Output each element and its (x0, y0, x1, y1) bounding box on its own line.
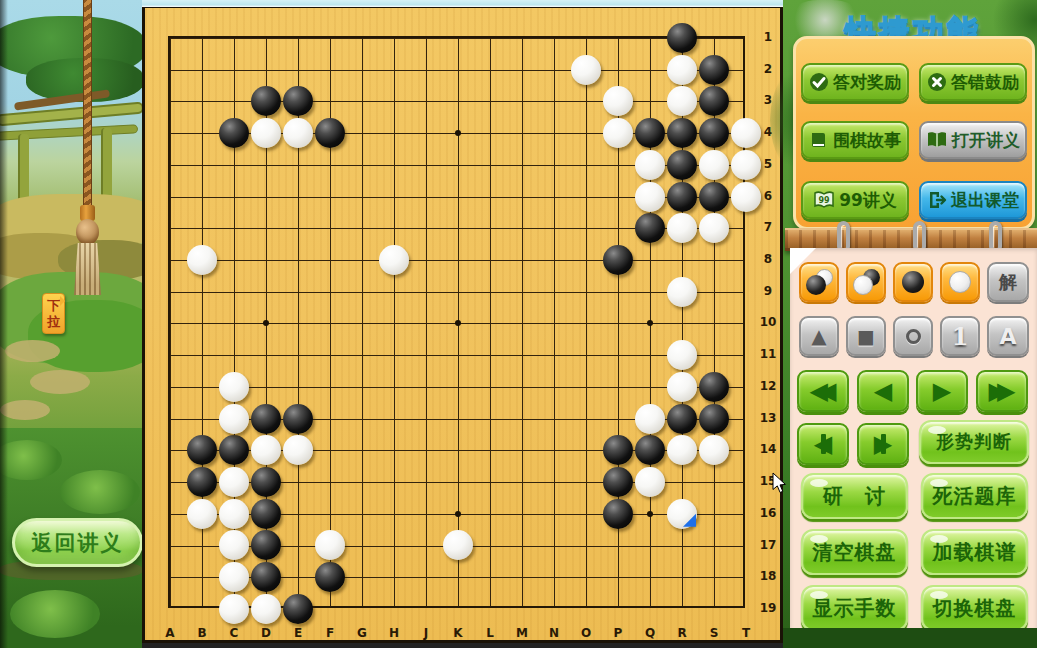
column-label-K: K (449, 626, 467, 640)
stone-white-S5[interactable] (699, 150, 729, 180)
column-label-O: O (577, 626, 595, 640)
stone-black-B14[interactable] (187, 435, 217, 465)
stone-white-C16[interactable] (219, 499, 249, 529)
triangle-marker-icon: ▲ (811, 324, 826, 348)
stone-white-C12[interactable] (219, 372, 249, 402)
stone-black-P16[interactable] (603, 499, 633, 529)
stone-black-E19[interactable] (283, 594, 313, 624)
row-label-11: 11 (756, 347, 780, 361)
button-label: 退出课堂 (951, 189, 1019, 212)
life-death-library-button[interactable]: 死活题库 (921, 473, 1028, 519)
stone-black-Q14[interactable] (635, 435, 665, 465)
star-point (455, 320, 461, 326)
svg-text:99: 99 (819, 196, 831, 205)
row-label-16: 16 (756, 506, 780, 520)
column-label-H: H (385, 626, 403, 640)
stone-white-R12[interactable] (667, 372, 697, 402)
stone-white-P3[interactable] (603, 86, 633, 116)
button-label: 研 讨 (823, 483, 886, 510)
app-window: 下拉 返回讲义 ABCDEFGHJKLMNOPQRST 123456789101… (0, 0, 1037, 648)
stone-white-D14[interactable] (251, 435, 281, 465)
column-label-M: M (513, 626, 531, 640)
switch-board-button[interactable]: 切换棋盘 (921, 585, 1028, 631)
button-label: 清空棋盘 (813, 539, 897, 566)
stone-white-B8[interactable] (187, 245, 217, 275)
stone-black-D3[interactable] (251, 86, 281, 116)
stone-black-D18[interactable] (251, 562, 281, 592)
stone-white-Q6[interactable] (635, 182, 665, 212)
row-label-14: 14 (756, 442, 780, 456)
stone-white-C17[interactable] (219, 530, 249, 560)
stone-white-D19[interactable] (251, 594, 281, 624)
row-label-19: 19 (756, 601, 780, 615)
exit-icon (927, 190, 947, 210)
square-marker-button[interactable]: ■ (846, 316, 886, 356)
column-label-D: D (257, 626, 275, 640)
black-stone-icon (902, 271, 924, 293)
stone-black-S4[interactable] (699, 118, 729, 148)
stone-black-R1[interactable] (667, 23, 697, 53)
button-label: 形势判断 (936, 430, 1012, 454)
stone-white-O2[interactable] (571, 55, 601, 85)
row-label-10: 10 (756, 315, 780, 329)
star-point (647, 511, 653, 517)
grass-tuft (60, 470, 140, 514)
row-label-7: 7 (756, 220, 780, 234)
stone-black-Q4[interactable] (635, 118, 665, 148)
row-label-5: 5 (756, 157, 780, 171)
stone-black-D15[interactable] (251, 467, 281, 497)
black-stone-button[interactable] (893, 262, 933, 302)
hanging-rope (83, 0, 92, 208)
number-marker-icon: 1 (952, 322, 969, 351)
stone-white-C13[interactable] (219, 404, 249, 434)
open-book-icon (926, 130, 948, 150)
stone-black-D16[interactable] (251, 499, 281, 529)
path-stone (30, 370, 90, 394)
button-label: 加载棋谱 (933, 539, 1017, 566)
stone-black-S3[interactable] (699, 86, 729, 116)
star-point (455, 130, 461, 136)
solve-label: 解 (999, 270, 1017, 294)
tassel-icon (74, 243, 101, 295)
book-icon (809, 130, 829, 150)
rewind-icon: ◀◀ (810, 379, 827, 403)
stone-white-P4[interactable] (603, 118, 633, 148)
stone-white-Q13[interactable] (635, 404, 665, 434)
button-label: 显示手数 (813, 595, 897, 622)
button-label: 打开讲义 (952, 129, 1020, 152)
solve-button[interactable]: 解 (987, 262, 1029, 302)
column-label-L: L (481, 626, 499, 640)
stone-white-S7[interactable] (699, 213, 729, 243)
stone-white-R14[interactable] (667, 435, 697, 465)
stone-white-E14[interactable] (283, 435, 313, 465)
column-label-T: T (737, 626, 755, 640)
stone-white-C15[interactable] (219, 467, 249, 497)
row-label-2: 2 (756, 62, 780, 76)
letter-marker-button[interactable]: A (987, 316, 1029, 356)
to-end-button[interactable]: ▶ (857, 423, 909, 465)
stone-black-S2[interactable] (699, 55, 729, 85)
screen-edge-shadow (0, 0, 8, 648)
stone-black-Q7[interactable] (635, 213, 665, 243)
stone-white-K17[interactable] (443, 530, 473, 560)
end-bar-icon (881, 434, 886, 454)
stone-white-R2[interactable] (667, 55, 697, 85)
stone-white-C18[interactable] (219, 562, 249, 592)
row-label-18: 18 (756, 569, 780, 583)
show-move-numbers-button[interactable]: 显示手数 (801, 585, 908, 631)
stone-white-B16[interactable] (187, 499, 217, 529)
grass-tuft (10, 590, 100, 638)
white-stone-button[interactable] (940, 262, 980, 302)
stone-black-S13[interactable] (699, 404, 729, 434)
stone-black-S12[interactable] (699, 372, 729, 402)
row-label-13: 13 (756, 411, 780, 425)
stone-black-B15[interactable] (187, 467, 217, 497)
column-label-A: A (161, 626, 179, 640)
wrong-encourage-button[interactable]: 答错鼓励 (919, 63, 1027, 101)
stone-black-P8[interactable] (603, 245, 633, 275)
button-label: 围棋故事 (833, 129, 901, 152)
column-label-E: E (289, 626, 307, 640)
step-back-icon: ◀ (874, 379, 892, 403)
open-lecture-button[interactable]: 打开讲义 (919, 121, 1027, 159)
black-white-pair-button[interactable] (799, 262, 839, 302)
white-black-pair-button[interactable] (846, 262, 886, 302)
pull-down-label: 下拉 (47, 298, 60, 329)
fast-forward-button[interactable]: ▶▶ (976, 370, 1028, 412)
column-label-J: J (417, 626, 435, 640)
board-top-edge (142, 0, 783, 8)
stone-white-C19[interactable] (219, 594, 249, 624)
last-move-marker-icon (683, 514, 696, 527)
stone-black-P15[interactable] (603, 467, 633, 497)
back-to-lecture-label: 返回讲义 (32, 529, 124, 557)
row-label-8: 8 (756, 252, 780, 266)
check-circle-icon (809, 72, 829, 92)
tassel-icon (76, 219, 99, 245)
star-point (647, 320, 653, 326)
circle-marker-icon (906, 329, 921, 344)
letter-marker-icon: A (999, 324, 1016, 349)
button-label: 答对奖励 (833, 71, 901, 94)
column-label-Q: Q (641, 626, 659, 640)
button-label: 99讲义 (839, 189, 897, 212)
stone-white-R7[interactable] (667, 213, 697, 243)
step-forward-button[interactable]: ▶ (916, 370, 968, 412)
left-scenery: 下拉 返回讲义 (0, 0, 142, 648)
path-stone (5, 340, 60, 362)
stone-white-Q5[interactable] (635, 150, 665, 180)
stone-black-F4[interactable] (315, 118, 345, 148)
triangle-marker-button[interactable]: ▲ (799, 316, 839, 356)
stone-black-C4[interactable] (219, 118, 249, 148)
stone-black-D17[interactable] (251, 530, 281, 560)
stone-black-E13[interactable] (283, 404, 313, 434)
exit-class-button[interactable]: 退出课堂 (919, 181, 1027, 219)
position-judge-button[interactable]: 形势判断 (919, 420, 1029, 464)
grass-strip (783, 628, 1037, 648)
stone-black-S6[interactable] (699, 182, 729, 212)
column-label-C: C (225, 626, 243, 640)
load-record-button[interactable]: 加载棋谱 (921, 529, 1028, 575)
stone-white-R3[interactable] (667, 86, 697, 116)
row-label-17: 17 (756, 538, 780, 552)
stone-white-H8[interactable] (379, 245, 409, 275)
white-stone-icon (949, 271, 971, 293)
stone-black-F18[interactable] (315, 562, 345, 592)
stone-black-R6[interactable] (667, 182, 697, 212)
stone-white-D4[interactable] (251, 118, 281, 148)
lecture-book-icon: 99 (813, 190, 835, 210)
fast-forward-icon: ▶▶ (989, 379, 1006, 403)
stone-black-D13[interactable] (251, 404, 281, 434)
column-label-P: P (609, 626, 627, 640)
stone-white-R11[interactable] (667, 340, 697, 370)
to-start-icon: ◀ (814, 432, 832, 456)
row-label-6: 6 (756, 189, 780, 203)
rewind-button[interactable]: ◀◀ (797, 370, 849, 412)
to-start-button[interactable]: ◀ (797, 423, 849, 465)
board-intersections[interactable] (154, 22, 762, 625)
stone-white-R9[interactable] (667, 277, 697, 307)
row-label-12: 12 (756, 379, 780, 393)
black-stone-icon (806, 275, 826, 295)
white-stone-icon (853, 275, 873, 295)
discuss-button[interactable]: 研 讨 (801, 473, 908, 519)
column-label-B: B (193, 626, 211, 640)
button-label: 死活题库 (933, 483, 1017, 510)
stone-black-R13[interactable] (667, 404, 697, 434)
square-marker-icon: ■ (857, 325, 875, 347)
button-label: 切换棋盘 (933, 595, 1017, 622)
stone-black-C14[interactable] (219, 435, 249, 465)
stone-black-R4[interactable] (667, 118, 697, 148)
step-back-button[interactable]: ◀ (857, 370, 909, 412)
circle-marker-button[interactable] (893, 316, 933, 356)
column-label-R: R (673, 626, 691, 640)
row-label-15: 15 (756, 474, 780, 488)
clear-board-button[interactable]: 清空棋盘 (801, 529, 908, 575)
lecture-99-button[interactable]: 99 99讲义 (801, 181, 909, 219)
go-story-button[interactable]: 围棋故事 (801, 121, 909, 159)
stone-white-S14[interactable] (699, 435, 729, 465)
stone-white-F17[interactable] (315, 530, 345, 560)
x-circle-icon (927, 72, 947, 92)
stone-black-R5[interactable] (667, 150, 697, 180)
row-label-9: 9 (756, 284, 780, 298)
stone-black-E3[interactable] (283, 86, 313, 116)
button-label: 答错鼓励 (951, 71, 1019, 94)
correct-reward-button[interactable]: 答对奖励 (801, 63, 909, 101)
back-to-lecture-button[interactable]: 返回讲义 (12, 518, 142, 567)
column-label-G: G (353, 626, 371, 640)
column-label-F: F (321, 626, 339, 640)
number-marker-button[interactable]: 1 (940, 316, 980, 356)
pull-down-tag[interactable]: 下拉 (42, 293, 65, 334)
column-label-S: S (705, 626, 723, 640)
stone-white-Q15[interactable] (635, 467, 665, 497)
step-forward-icon: ▶ (933, 379, 951, 403)
column-label-N: N (545, 626, 563, 640)
star-point (263, 320, 269, 326)
star-point (455, 511, 461, 517)
stone-black-P14[interactable] (603, 435, 633, 465)
stone-white-R16[interactable] (667, 499, 697, 529)
stone-white-E4[interactable] (283, 118, 313, 148)
row-label-1: 1 (756, 30, 780, 44)
